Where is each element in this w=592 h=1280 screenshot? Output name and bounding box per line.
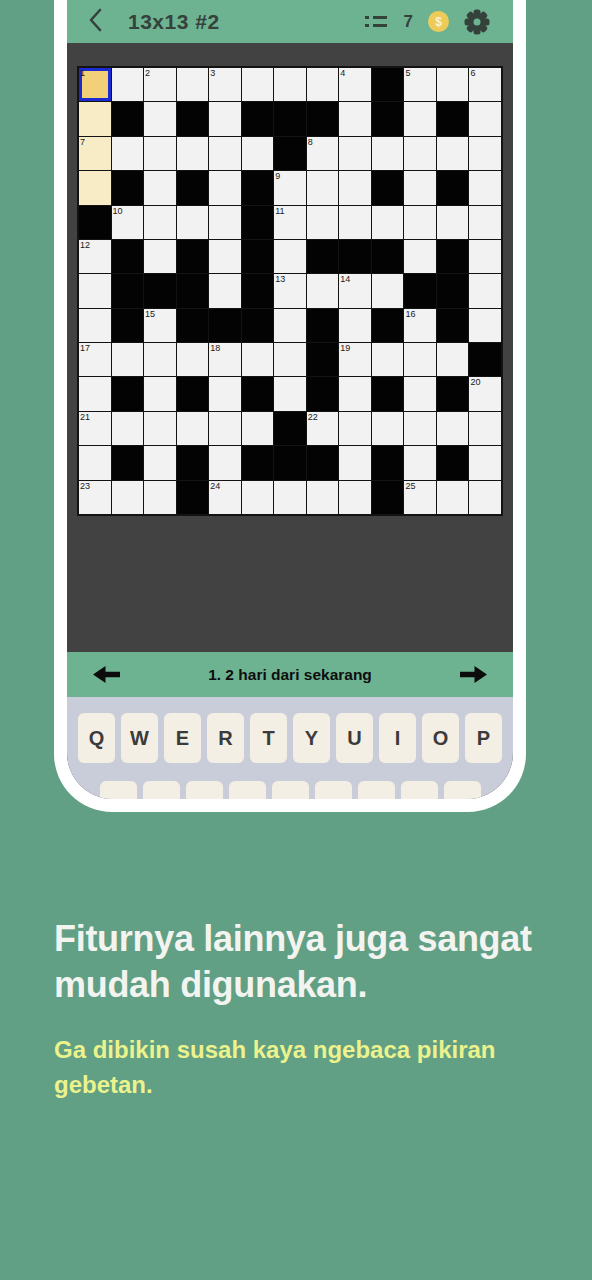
clue-bar: 1. 2 hari dari sekarang xyxy=(67,652,513,697)
grid-cell[interactable] xyxy=(437,206,469,239)
grid-cell[interactable] xyxy=(209,102,241,135)
clue-number: 16 xyxy=(405,309,415,319)
grid-cell-black xyxy=(274,446,306,479)
grid-cell[interactable] xyxy=(372,137,404,170)
key-O[interactable]: O xyxy=(422,713,459,763)
grid-cell[interactable] xyxy=(404,137,436,170)
grid-cell-black xyxy=(437,309,469,342)
grid-cell[interactable] xyxy=(144,137,176,170)
grid-cell-black xyxy=(307,240,339,273)
grid-cell[interactable] xyxy=(469,171,501,204)
clue-number: 22 xyxy=(308,412,318,422)
grid-cell-black xyxy=(112,377,144,410)
grid-cell-black xyxy=(242,309,274,342)
grid-cell[interactable]: 14 xyxy=(339,274,371,307)
grid-cell[interactable] xyxy=(274,68,306,101)
keyboard-row-1: QWERTYUIOP xyxy=(67,713,513,763)
previous-clue-button[interactable] xyxy=(93,666,120,683)
grid-cell[interactable] xyxy=(404,206,436,239)
grid-cell[interactable] xyxy=(469,412,501,445)
grid-cell[interactable] xyxy=(144,481,176,514)
grid-cell-black xyxy=(242,206,274,239)
grid-cell[interactable] xyxy=(437,68,469,101)
grid-cell[interactable] xyxy=(339,309,371,342)
grid-cell[interactable] xyxy=(209,274,241,307)
grid-cell-black xyxy=(274,102,306,135)
grid-cell[interactable] xyxy=(242,481,274,514)
grid-cell[interactable] xyxy=(274,377,306,410)
grid-cell[interactable] xyxy=(274,309,306,342)
clue-list-icon[interactable] xyxy=(363,14,389,29)
grid-cell[interactable] xyxy=(307,68,339,101)
key-P[interactable]: P xyxy=(465,713,502,763)
key-L[interactable]: L xyxy=(444,781,481,799)
clue-number: 19 xyxy=(340,343,350,353)
grid-cell-black xyxy=(242,274,274,307)
grid-cell[interactable] xyxy=(469,446,501,479)
grid-cell[interactable] xyxy=(274,240,306,273)
key-R[interactable]: R xyxy=(207,713,244,763)
clue-number: 21 xyxy=(80,412,90,422)
grid-cell-black xyxy=(112,171,144,204)
grid-cell-black xyxy=(307,377,339,410)
grid-cell[interactable] xyxy=(404,343,436,376)
grid-cell-black xyxy=(437,446,469,479)
grid-cell[interactable] xyxy=(307,274,339,307)
grid-cell[interactable] xyxy=(404,446,436,479)
key-U[interactable]: U xyxy=(336,713,373,763)
grid-cell[interactable] xyxy=(79,102,111,135)
grid-cell-black xyxy=(177,309,209,342)
grid-cell-black xyxy=(274,137,306,170)
grid-cell[interactable]: 7 xyxy=(79,137,111,170)
grid-cell[interactable] xyxy=(79,377,111,410)
grid-cell[interactable] xyxy=(274,481,306,514)
key-W[interactable]: W xyxy=(121,713,158,763)
key-T[interactable]: T xyxy=(250,713,287,763)
grid-cell[interactable] xyxy=(469,481,501,514)
clue-number: 9 xyxy=(275,171,280,181)
grid-cell[interactable] xyxy=(144,102,176,135)
clue-number: 10 xyxy=(113,206,123,216)
grid-cell[interactable] xyxy=(339,137,371,170)
grid-cell[interactable] xyxy=(177,343,209,376)
grid-cell[interactable] xyxy=(144,171,176,204)
grid-cell[interactable]: 15 xyxy=(144,309,176,342)
clue-number: 15 xyxy=(145,309,155,319)
grid-cell-black xyxy=(112,240,144,273)
key-K[interactable]: K xyxy=(401,781,438,799)
grid-cell[interactable]: 16 xyxy=(404,309,436,342)
key-G[interactable]: G xyxy=(272,781,309,799)
grid-cell[interactable]: 18 xyxy=(209,343,241,376)
grid-cell[interactable]: 2 xyxy=(144,68,176,101)
grid-cell-black xyxy=(437,240,469,273)
grid-cell[interactable] xyxy=(112,481,144,514)
grid-cell[interactable] xyxy=(112,68,144,101)
grid-cell-black xyxy=(307,102,339,135)
grid-cell[interactable] xyxy=(79,171,111,204)
grid-cell[interactable] xyxy=(79,446,111,479)
grid-cell[interactable] xyxy=(372,274,404,307)
grid-cell-black xyxy=(372,240,404,273)
grid-cell-black xyxy=(404,274,436,307)
keyboard-row-2: ASDFGHJKL xyxy=(67,781,513,799)
list-dot xyxy=(365,24,369,27)
grid-cell-black xyxy=(437,171,469,204)
grid-cell-black xyxy=(307,309,339,342)
grid-cell-black xyxy=(372,102,404,135)
key-Q[interactable]: Q xyxy=(78,713,115,763)
grid-cell-black xyxy=(177,377,209,410)
grid-cell[interactable] xyxy=(339,377,371,410)
list-dot xyxy=(365,16,369,19)
keyboard: QWERTYUIOP ASDFGHJKL xyxy=(67,697,513,799)
promo-section: Fiturnya lainnya juga sangat mudah digun… xyxy=(54,916,544,1102)
grid-cell[interactable] xyxy=(242,137,274,170)
clue-number: 17 xyxy=(80,343,90,353)
grid-cell[interactable]: 8 xyxy=(307,137,339,170)
key-I[interactable]: I xyxy=(379,713,416,763)
grid-cell[interactable] xyxy=(79,274,111,307)
grid-cell[interactable]: 9 xyxy=(274,171,306,204)
grid-cell-black xyxy=(177,102,209,135)
grid-cell[interactable] xyxy=(339,102,371,135)
grid-cell[interactable] xyxy=(177,68,209,101)
clue-number: 5 xyxy=(405,68,410,78)
grid-cell[interactable] xyxy=(177,412,209,445)
key-H[interactable]: H xyxy=(315,781,352,799)
grid-cell-black xyxy=(372,377,404,410)
grid-cell-black xyxy=(437,274,469,307)
key-Y[interactable]: Y xyxy=(293,713,330,763)
chevron-left-icon xyxy=(89,8,102,36)
grid-cell-black xyxy=(372,171,404,204)
grid-cell[interactable] xyxy=(144,377,176,410)
grid-cell[interactable] xyxy=(469,102,501,135)
header-actions: 7 $ xyxy=(363,9,489,34)
grid-cell[interactable] xyxy=(242,68,274,101)
grid-cell-black xyxy=(437,102,469,135)
grid-cell[interactable] xyxy=(209,137,241,170)
grid-cell[interactable] xyxy=(209,240,241,273)
grid-cell[interactable] xyxy=(469,206,501,239)
grid-cell[interactable] xyxy=(177,137,209,170)
back-button[interactable] xyxy=(87,6,104,38)
clue-number: 4 xyxy=(340,68,345,78)
clue-number: 8 xyxy=(308,137,313,147)
grid-cell[interactable] xyxy=(242,412,274,445)
grid-cell-black xyxy=(372,481,404,514)
grid-cell[interactable]: 25 xyxy=(404,481,436,514)
grid-cell-black xyxy=(307,343,339,376)
coin-icon[interactable]: $ xyxy=(428,11,449,32)
gear-icon[interactable] xyxy=(464,9,489,34)
grid-cell[interactable] xyxy=(372,343,404,376)
grid-cell[interactable]: 4 xyxy=(339,68,371,101)
grid-cell-black xyxy=(242,377,274,410)
grid-cell[interactable] xyxy=(209,171,241,204)
clue-number: 18 xyxy=(210,343,220,353)
grid-cell-black xyxy=(177,481,209,514)
clue-number: 6 xyxy=(470,68,475,78)
grid-cell[interactable]: 24 xyxy=(209,481,241,514)
grid-cell-black xyxy=(112,102,144,135)
grid-cell[interactable] xyxy=(437,343,469,376)
grid-cell[interactable] xyxy=(339,171,371,204)
clue-number: 3 xyxy=(210,68,215,78)
grid-cell[interactable] xyxy=(177,206,209,239)
list-bar xyxy=(373,24,387,27)
grid-cell[interactable] xyxy=(144,206,176,239)
grid-cell[interactable] xyxy=(209,206,241,239)
promo-heading: Fiturnya lainnya juga sangat mudah digun… xyxy=(54,916,544,1008)
grid-cell[interactable] xyxy=(144,412,176,445)
key-S[interactable]: S xyxy=(143,781,180,799)
grid-cell-black xyxy=(242,446,274,479)
grid-cell[interactable] xyxy=(404,171,436,204)
grid-cell[interactable] xyxy=(112,137,144,170)
grid-cell[interactable] xyxy=(79,309,111,342)
grid-cell-black xyxy=(469,343,501,376)
current-clue: 1. 2 hari dari sekarang xyxy=(120,666,460,684)
next-clue-button[interactable] xyxy=(460,666,487,683)
grid-cell-black xyxy=(112,309,144,342)
grid-cell-black xyxy=(274,412,306,445)
grid-cell-black xyxy=(307,446,339,479)
grid-cell[interactable] xyxy=(209,446,241,479)
crossword-grid: 1234567891011121314151617181920212223242… xyxy=(77,66,503,516)
grid-cell-black xyxy=(372,446,404,479)
grid-cell[interactable] xyxy=(339,481,371,514)
grid-cell[interactable] xyxy=(209,377,241,410)
grid-cell[interactable]: 10 xyxy=(112,206,144,239)
grid-cell[interactable] xyxy=(144,343,176,376)
promo-subheading: Ga dibikin susah kaya ngebaca pikiran ge… xyxy=(54,1032,544,1102)
clue-number: 11 xyxy=(275,206,284,216)
grid-cell[interactable]: 13 xyxy=(274,274,306,307)
grid-cell-black xyxy=(339,240,371,273)
grid-cell-black xyxy=(144,274,176,307)
grid-cell[interactable] xyxy=(339,206,371,239)
grid-cell[interactable] xyxy=(339,446,371,479)
grid-cell[interactable]: 21 xyxy=(79,412,111,445)
grid-cell[interactable] xyxy=(307,481,339,514)
grid-cell[interactable] xyxy=(469,309,501,342)
puzzle-area: 1234567891011121314151617181920212223242… xyxy=(67,43,513,652)
grid-cell[interactable] xyxy=(404,377,436,410)
grid-cell-black xyxy=(112,446,144,479)
grid-cell[interactable]: 12 xyxy=(79,240,111,273)
clue-number: 20 xyxy=(470,377,480,387)
grid-cell[interactable]: 19 xyxy=(339,343,371,376)
key-J[interactable]: J xyxy=(358,781,395,799)
arrow-right-icon xyxy=(460,666,487,683)
clue-number: 14 xyxy=(340,274,350,284)
grid-cell-black xyxy=(209,309,241,342)
grid-cell[interactable] xyxy=(372,206,404,239)
grid-cell[interactable] xyxy=(307,206,339,239)
grid-cell-black xyxy=(242,171,274,204)
key-F[interactable]: F xyxy=(229,781,266,799)
grid-cell-black xyxy=(437,377,469,410)
grid-cell[interactable] xyxy=(209,412,241,445)
grid-cell[interactable] xyxy=(144,446,176,479)
puzzle-title: 13x13 #2 xyxy=(128,10,220,34)
grid-cell[interactable]: 6 xyxy=(469,68,501,101)
key-D[interactable]: D xyxy=(186,781,223,799)
grid-cell[interactable] xyxy=(242,343,274,376)
grid-cell[interactable] xyxy=(112,343,144,376)
grid-cell-black xyxy=(177,171,209,204)
grid-cell[interactable]: 1 xyxy=(79,68,111,101)
grid-cell-black xyxy=(242,240,274,273)
grid-cell[interactable] xyxy=(404,412,436,445)
grid-cell[interactable] xyxy=(144,240,176,273)
key-A[interactable]: A xyxy=(100,781,137,799)
grid-cell-black xyxy=(177,274,209,307)
arrow-left-icon xyxy=(93,666,120,683)
key-E[interactable]: E xyxy=(164,713,201,763)
grid-cell[interactable]: 5 xyxy=(404,68,436,101)
app-header: 13x13 #2 7 $ xyxy=(67,0,513,43)
grid-cell[interactable] xyxy=(339,412,371,445)
grid-cell[interactable]: 23 xyxy=(79,481,111,514)
grid-cell-black xyxy=(372,68,404,101)
clue-number: 7 xyxy=(80,137,85,147)
clue-number: 13 xyxy=(275,274,285,284)
grid-cell-black xyxy=(177,240,209,273)
grid-cell[interactable] xyxy=(274,343,306,376)
phone-frame: 13x13 #2 7 $ 123456789101112131415161718… xyxy=(54,0,526,812)
clue-number: 23 xyxy=(80,481,90,491)
grid-cell-black xyxy=(177,446,209,479)
grid-cell[interactable]: 22 xyxy=(307,412,339,445)
app-screen: 13x13 #2 7 $ 123456789101112131415161718… xyxy=(67,0,513,799)
clue-number: 1 xyxy=(80,68,85,78)
clue-number: 24 xyxy=(210,481,220,491)
grid-cell-black xyxy=(242,102,274,135)
hint-counter: 7 xyxy=(404,12,413,32)
clue-number: 12 xyxy=(80,240,90,250)
grid-cell[interactable] xyxy=(372,412,404,445)
grid-cell[interactable]: 20 xyxy=(469,377,501,410)
grid-cell[interactable]: 17 xyxy=(79,343,111,376)
grid-cell[interactable] xyxy=(437,412,469,445)
grid-cell[interactable] xyxy=(404,240,436,273)
grid-cell[interactable] xyxy=(307,171,339,204)
grid-cell[interactable] xyxy=(469,274,501,307)
grid-cell[interactable]: 11 xyxy=(274,206,306,239)
grid-cell[interactable] xyxy=(437,137,469,170)
grid-cell[interactable] xyxy=(112,412,144,445)
grid-cell-black xyxy=(372,309,404,342)
clue-number: 2 xyxy=(145,68,150,78)
grid-cell[interactable]: 3 xyxy=(209,68,241,101)
list-bar xyxy=(373,16,387,19)
grid-cell[interactable] xyxy=(469,137,501,170)
grid-cell[interactable] xyxy=(469,240,501,273)
clue-number: 25 xyxy=(405,481,415,491)
grid-cell[interactable] xyxy=(404,102,436,135)
grid-cell-black xyxy=(112,274,144,307)
grid-cell[interactable] xyxy=(437,481,469,514)
grid-cell-black xyxy=(79,206,111,239)
